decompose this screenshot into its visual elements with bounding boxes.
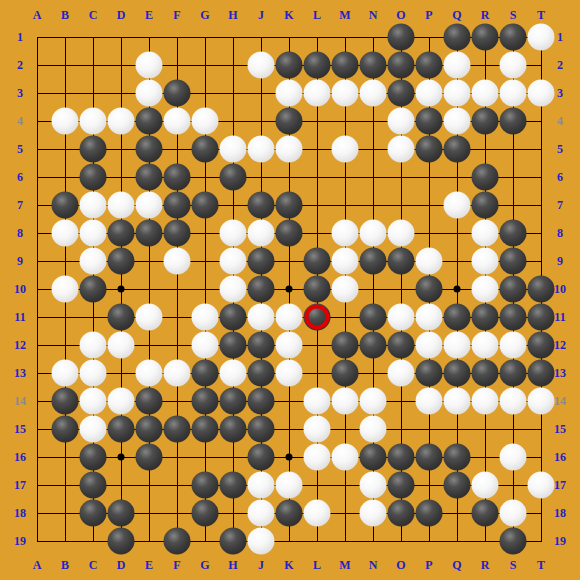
stone-black (80, 444, 107, 471)
row-label-left: 16 (14, 451, 26, 463)
stone-white (500, 388, 527, 415)
col-label-top: D (117, 9, 126, 21)
col-label-top: P (425, 9, 432, 21)
stone-black (388, 500, 415, 527)
stone-black (500, 24, 527, 51)
col-label-top: T (537, 9, 545, 21)
stone-white (52, 220, 79, 247)
row-label-left: 14 (14, 395, 26, 407)
stone-black (108, 500, 135, 527)
col-label-top: K (284, 9, 293, 21)
stone-black (444, 472, 471, 499)
stone-white (500, 332, 527, 359)
stone-white (528, 472, 555, 499)
stone-white (472, 472, 499, 499)
col-label-bottom: Q (452, 559, 461, 571)
stone-black (528, 332, 555, 359)
stone-white (500, 52, 527, 79)
stone-black (108, 528, 135, 555)
stone-white (332, 444, 359, 471)
stone-black (304, 52, 331, 79)
stone-black (304, 248, 331, 275)
stone-white (248, 528, 275, 555)
stone-black (416, 444, 443, 471)
stone-white (416, 388, 443, 415)
stone-white (136, 304, 163, 331)
stone-black (192, 472, 219, 499)
col-label-bottom: O (396, 559, 405, 571)
stone-black (192, 388, 219, 415)
stone-black (220, 416, 247, 443)
stone-black (276, 192, 303, 219)
stone-white (248, 136, 275, 163)
stone-white (52, 360, 79, 387)
col-label-bottom: K (284, 559, 293, 571)
col-label-bottom: D (117, 559, 126, 571)
stone-black (136, 164, 163, 191)
col-label-top: J (258, 9, 264, 21)
row-label-right: 15 (554, 423, 566, 435)
col-label-top: E (145, 9, 153, 21)
stone-black (472, 304, 499, 331)
stone-black (416, 276, 443, 303)
stone-black (108, 220, 135, 247)
stone-white (444, 388, 471, 415)
stone-white (472, 332, 499, 359)
stone-white (220, 220, 247, 247)
row-label-left: 2 (17, 59, 23, 71)
stone-white (360, 388, 387, 415)
stone-white (108, 332, 135, 359)
col-label-top: O (396, 9, 405, 21)
stone-white (304, 416, 331, 443)
row-label-right: 18 (554, 507, 566, 519)
stone-black (472, 192, 499, 219)
stone-white (528, 388, 555, 415)
stone-black (164, 164, 191, 191)
col-label-bottom: C (89, 559, 98, 571)
stone-white (332, 136, 359, 163)
stone-black (192, 416, 219, 443)
stone-black (332, 332, 359, 359)
star-point (118, 286, 125, 293)
stone-black (472, 164, 499, 191)
col-label-bottom: M (339, 559, 350, 571)
screen: AABBCCDDEEFFGGHHJJKKLLMMNNOOPPQQRRSSTT11… (0, 0, 580, 580)
col-label-top: L (313, 9, 321, 21)
stone-white (472, 220, 499, 247)
stone-black (360, 332, 387, 359)
stone-black (192, 192, 219, 219)
row-label-right: 10 (554, 283, 566, 295)
stone-black (500, 276, 527, 303)
row-label-left: 7 (17, 199, 23, 211)
stone-black (388, 444, 415, 471)
stone-black (220, 332, 247, 359)
stone-white (360, 80, 387, 107)
stone-black (52, 192, 79, 219)
stone-black (164, 80, 191, 107)
stone-black (248, 276, 275, 303)
stone-black (388, 52, 415, 79)
stone-black (332, 360, 359, 387)
stone-black (416, 52, 443, 79)
stone-black (332, 52, 359, 79)
row-label-left: 8 (17, 227, 23, 239)
stone-white (276, 136, 303, 163)
row-label-right: 7 (557, 199, 563, 211)
stone-white (500, 500, 527, 527)
stone-black (444, 136, 471, 163)
row-label-right: 1 (557, 31, 563, 43)
col-label-bottom: F (173, 559, 180, 571)
stone-black (220, 528, 247, 555)
stone-black (248, 332, 275, 359)
stone-black (388, 24, 415, 51)
col-label-bottom: H (228, 559, 237, 571)
stone-white (276, 472, 303, 499)
stone-black (80, 276, 107, 303)
stone-white (360, 472, 387, 499)
stone-black (500, 108, 527, 135)
stone-black (80, 136, 107, 163)
stone-black (80, 472, 107, 499)
stone-white (80, 388, 107, 415)
stone-white (332, 388, 359, 415)
row-label-left: 9 (17, 255, 23, 267)
stone-white (80, 192, 107, 219)
row-label-right: 9 (557, 255, 563, 267)
stone-white (80, 360, 107, 387)
stone-white (416, 304, 443, 331)
stone-white (248, 472, 275, 499)
col-label-top: A (33, 9, 42, 21)
col-label-bottom: S (510, 559, 517, 571)
stone-black (192, 500, 219, 527)
stone-black (164, 528, 191, 555)
col-label-top: B (61, 9, 69, 21)
row-label-left: 4 (17, 115, 23, 127)
stone-black (388, 248, 415, 275)
col-label-bottom: B (61, 559, 69, 571)
stone-white (220, 276, 247, 303)
row-label-left: 6 (17, 171, 23, 183)
stone-black (416, 136, 443, 163)
stone-black (164, 192, 191, 219)
row-label-right: 12 (554, 339, 566, 351)
row-label-left: 1 (17, 31, 23, 43)
stone-black (528, 360, 555, 387)
stone-white (416, 332, 443, 359)
star-point (118, 454, 125, 461)
stone-black (360, 248, 387, 275)
stone-white (332, 248, 359, 275)
stone-black (276, 108, 303, 135)
stone-black (220, 388, 247, 415)
stone-white (276, 360, 303, 387)
row-label-left: 15 (14, 423, 26, 435)
stone-black (276, 500, 303, 527)
stone-white (192, 108, 219, 135)
stone-white (52, 108, 79, 135)
stone-black (136, 136, 163, 163)
stone-black (248, 192, 275, 219)
stone-black (360, 304, 387, 331)
stone-black (304, 276, 331, 303)
stone-black (472, 108, 499, 135)
col-label-bottom: A (33, 559, 42, 571)
stone-white (332, 220, 359, 247)
stone-white (388, 360, 415, 387)
stone-black (192, 136, 219, 163)
stone-black (108, 304, 135, 331)
stone-white (444, 332, 471, 359)
stone-black (248, 248, 275, 275)
stone-white (332, 80, 359, 107)
stone-white (528, 80, 555, 107)
stone-black (164, 220, 191, 247)
row-label-right: 2 (557, 59, 563, 71)
col-label-bottom: E (145, 559, 153, 571)
stone-black (108, 416, 135, 443)
row-label-right: 17 (554, 479, 566, 491)
stone-black (192, 360, 219, 387)
col-label-top: F (173, 9, 180, 21)
stone-black (220, 304, 247, 331)
col-label-bottom: T (537, 559, 545, 571)
stone-black (416, 360, 443, 387)
stone-white (444, 52, 471, 79)
stone-white (136, 52, 163, 79)
stone-black (388, 80, 415, 107)
stone-white (248, 500, 275, 527)
stone-white (108, 108, 135, 135)
stone-black (248, 388, 275, 415)
stone-white (304, 80, 331, 107)
last-move-marker (305, 305, 330, 330)
stone-black (108, 248, 135, 275)
stone-white (472, 248, 499, 275)
row-label-right: 8 (557, 227, 563, 239)
row-label-left: 11 (14, 311, 25, 323)
row-label-left: 13 (14, 367, 26, 379)
stone-black (444, 444, 471, 471)
stone-white (80, 248, 107, 275)
stone-white (472, 388, 499, 415)
stone-white (276, 304, 303, 331)
star-point (286, 286, 293, 293)
row-label-left: 5 (17, 143, 23, 155)
stone-white (304, 388, 331, 415)
col-label-top: G (200, 9, 209, 21)
stone-white (388, 304, 415, 331)
stone-white (136, 360, 163, 387)
stone-white (52, 276, 79, 303)
stone-white (192, 332, 219, 359)
stone-black (248, 416, 275, 443)
stone-black (360, 52, 387, 79)
stone-black (136, 220, 163, 247)
stone-white (388, 220, 415, 247)
col-label-top: S (510, 9, 517, 21)
stone-white (192, 304, 219, 331)
col-label-top: N (369, 9, 378, 21)
row-label-right: 19 (554, 535, 566, 547)
row-label-right: 14 (554, 395, 566, 407)
stone-white (248, 220, 275, 247)
stone-white (80, 220, 107, 247)
stone-white (80, 108, 107, 135)
stone-black (276, 220, 303, 247)
stone-white (444, 80, 471, 107)
stone-black (52, 388, 79, 415)
stone-black (500, 304, 527, 331)
stone-black (248, 444, 275, 471)
stone-black (388, 332, 415, 359)
stone-white (80, 332, 107, 359)
col-label-bottom: L (313, 559, 321, 571)
stone-black (276, 52, 303, 79)
stone-white (388, 136, 415, 163)
stone-black (528, 304, 555, 331)
stone-black (416, 108, 443, 135)
stone-white (164, 248, 191, 275)
row-label-right: 16 (554, 451, 566, 463)
stone-white (164, 360, 191, 387)
stone-white (276, 332, 303, 359)
stone-white (500, 80, 527, 107)
stone-white (276, 80, 303, 107)
stone-black (500, 360, 527, 387)
star-point (454, 286, 461, 293)
stone-white (220, 360, 247, 387)
stone-black (360, 444, 387, 471)
row-label-left: 18 (14, 507, 26, 519)
stone-white (136, 80, 163, 107)
stone-black (248, 360, 275, 387)
stone-black (136, 416, 163, 443)
stone-white (500, 444, 527, 471)
row-label-right: 4 (557, 115, 563, 127)
stone-white (248, 304, 275, 331)
stone-white (360, 220, 387, 247)
go-board[interactable]: AABBCCDDEEFFGGHHJJKKLLMMNNOOPPQQRRSSTT11… (0, 0, 580, 580)
stone-black (388, 472, 415, 499)
col-label-bottom: R (481, 559, 490, 571)
row-label-right: 5 (557, 143, 563, 155)
stone-white (388, 108, 415, 135)
stone-white (248, 52, 275, 79)
stone-black (500, 220, 527, 247)
col-label-top: R (481, 9, 490, 21)
col-label-bottom: J (258, 559, 264, 571)
stone-white (472, 80, 499, 107)
col-label-top: M (339, 9, 350, 21)
stone-black (472, 24, 499, 51)
stone-black (220, 472, 247, 499)
col-label-top: H (228, 9, 237, 21)
stone-black (136, 108, 163, 135)
col-label-bottom: G (200, 559, 209, 571)
stone-black (136, 388, 163, 415)
stone-white (304, 500, 331, 527)
row-label-left: 17 (14, 479, 26, 491)
stone-black (220, 164, 247, 191)
stone-black (136, 444, 163, 471)
stone-white (220, 248, 247, 275)
stone-white (332, 276, 359, 303)
stone-black (472, 500, 499, 527)
stone-black (500, 248, 527, 275)
stone-black (52, 416, 79, 443)
col-label-bottom: P (425, 559, 432, 571)
stone-white (80, 416, 107, 443)
stone-white (528, 24, 555, 51)
stone-white (108, 192, 135, 219)
stone-white (108, 388, 135, 415)
row-label-right: 13 (554, 367, 566, 379)
stone-black (80, 500, 107, 527)
col-label-top: Q (452, 9, 461, 21)
stone-white (360, 500, 387, 527)
stone-white (416, 248, 443, 275)
stone-white (444, 108, 471, 135)
stone-black (80, 164, 107, 191)
stone-black (444, 24, 471, 51)
stone-white (136, 192, 163, 219)
row-label-right: 3 (557, 87, 563, 99)
stone-black (416, 500, 443, 527)
stone-black (444, 360, 471, 387)
star-point (286, 454, 293, 461)
stone-white (164, 108, 191, 135)
stone-black (164, 416, 191, 443)
stone-white (444, 192, 471, 219)
stone-white (220, 136, 247, 163)
row-label-left: 19 (14, 535, 26, 547)
row-label-left: 10 (14, 283, 26, 295)
stone-white (304, 444, 331, 471)
col-label-top: C (89, 9, 98, 21)
stone-black (500, 528, 527, 555)
stone-black (472, 360, 499, 387)
row-label-left: 12 (14, 339, 26, 351)
stone-black (528, 276, 555, 303)
stone-black (444, 304, 471, 331)
row-label-left: 3 (17, 87, 23, 99)
col-label-bottom: N (369, 559, 378, 571)
stone-white (416, 80, 443, 107)
stone-white (360, 416, 387, 443)
stone-white (472, 276, 499, 303)
row-label-right: 11 (554, 311, 565, 323)
row-label-right: 6 (557, 171, 563, 183)
